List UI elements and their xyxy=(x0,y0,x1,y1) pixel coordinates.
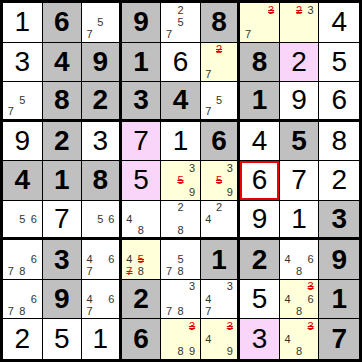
cell-r9c1[interactable]: 2 xyxy=(3,319,43,359)
given-digit: 1 xyxy=(133,48,149,76)
cell-r4c9[interactable]: 8 xyxy=(319,122,359,162)
candidate-6: 6 xyxy=(305,254,317,266)
cell-r8c7[interactable]: 5 xyxy=(240,280,280,320)
candidate-8: 8 xyxy=(135,225,147,237)
cell-r3c6[interactable]: 57 xyxy=(201,82,241,122)
candidate-4: 4 xyxy=(124,254,136,266)
cell-r5c3[interactable]: 8 xyxy=(82,161,122,201)
given-digit: 2 xyxy=(133,285,149,313)
cell-r4c3[interactable]: 3 xyxy=(82,122,122,162)
pencil-marks: 57 xyxy=(5,83,40,118)
candidate-4: 4 xyxy=(282,293,294,305)
cell-r6c4[interactable]: 48 xyxy=(122,201,162,241)
cell-r5c6[interactable]: 359 xyxy=(201,161,241,201)
candidate-7: 7 xyxy=(242,28,254,40)
given-digit: 9 xyxy=(133,8,149,36)
solved-digit: 2 xyxy=(14,325,30,353)
pencil-marks: 678 xyxy=(5,281,40,318)
candidate-8: 8 xyxy=(293,266,305,278)
cell-r4c8[interactable]: 5 xyxy=(280,122,320,162)
pencil-marks: 467 xyxy=(84,281,117,318)
pencil-marks: 468 xyxy=(282,241,317,278)
pencil-marks: 347 xyxy=(203,281,236,318)
cell-r6c5[interactable]: 28 xyxy=(161,201,201,241)
given-digit: 4 xyxy=(54,48,70,76)
solved-digit: 7 xyxy=(133,127,149,155)
cell-r3c2[interactable]: 8 xyxy=(43,82,83,122)
solved-digit: 5 xyxy=(54,325,70,353)
solved-digit: 9 xyxy=(14,127,30,155)
candidate-2: 2 xyxy=(175,4,187,16)
cell-r2c1[interactable]: 3 xyxy=(3,43,43,83)
candidate-4: 4 xyxy=(203,293,214,305)
eliminated-candidate-3: 3 xyxy=(305,320,317,333)
cell-r7c2[interactable]: 3 xyxy=(43,240,83,280)
sudoku-board: 1657925783723434916278255782345719692371… xyxy=(0,0,362,362)
cell-r1c8[interactable]: 23 xyxy=(280,3,320,43)
pencil-marks: 678 xyxy=(5,241,40,278)
candidate-3: 3 xyxy=(305,4,317,16)
cell-r8c1[interactable]: 678 xyxy=(3,280,43,320)
cell-r7c3[interactable]: 467 xyxy=(82,240,122,280)
pencil-marks: 4578 xyxy=(124,241,159,278)
cell-r6c6[interactable]: 24 xyxy=(201,201,241,241)
cell-r1c1[interactable]: 1 xyxy=(3,3,43,43)
given-digit: 4 xyxy=(173,86,189,114)
cell-r1c9[interactable]: 4 xyxy=(319,3,359,43)
solved-digit: 1 xyxy=(173,127,189,155)
pencil-marks: 378 xyxy=(163,281,198,318)
cell-r1c7[interactable]: 37 xyxy=(240,3,280,43)
given-digit: 3 xyxy=(54,246,70,274)
cell-r3c5[interactable]: 4 xyxy=(161,82,201,122)
cell-r3c4[interactable]: 3 xyxy=(122,82,162,122)
pencil-marks: 23 xyxy=(282,4,317,41)
pencil-marks: 257 xyxy=(163,4,198,41)
eliminated-candidate-7: 7 xyxy=(124,266,136,278)
cell-r1c2[interactable]: 6 xyxy=(43,3,83,43)
given-digit: 1 xyxy=(211,246,227,274)
candidate-8: 8 xyxy=(175,345,187,358)
cell-r9c3[interactable]: 1 xyxy=(82,319,122,359)
pencil-marks: 27 xyxy=(203,44,236,81)
pencil-marks: 24 xyxy=(203,202,236,237)
solved-digit: 3 xyxy=(14,48,30,76)
solved-digit: 9 xyxy=(291,86,307,114)
given-digit: 2 xyxy=(54,127,70,155)
cell-r8c3[interactable]: 467 xyxy=(82,280,122,320)
given-digit: 6 xyxy=(211,127,227,155)
solved-digit: 2 xyxy=(291,48,307,76)
pencil-marks: 389 xyxy=(163,320,198,358)
candidate-6: 6 xyxy=(305,293,317,305)
candidate-5: 5 xyxy=(175,254,187,266)
candidate-6: 6 xyxy=(106,213,117,225)
candidate-5: 5 xyxy=(95,16,106,28)
solved-digit: 6 xyxy=(173,48,189,76)
cell-r4c7[interactable]: 4 xyxy=(240,122,280,162)
cell-r4c5[interactable]: 1 xyxy=(161,122,201,162)
given-digit: 1 xyxy=(331,285,347,313)
given-digit: 2 xyxy=(252,246,268,274)
solved-digit: 1 xyxy=(93,325,109,353)
candidate-5: 5 xyxy=(175,16,187,28)
candidate-8: 8 xyxy=(293,345,305,358)
candidate-8: 8 xyxy=(135,266,147,278)
candidate-8: 8 xyxy=(293,305,305,317)
given-digit: 6 xyxy=(133,325,149,353)
pencil-marks: 37 xyxy=(242,4,277,41)
cell-r5c4[interactable]: 5 xyxy=(122,161,162,201)
cell-r9c9[interactable]: 7 xyxy=(319,319,359,359)
cell-r8c9[interactable]: 1 xyxy=(319,280,359,320)
candidate-4: 4 xyxy=(84,254,95,266)
candidate-4: 4 xyxy=(84,293,95,305)
pencil-marks: 57 xyxy=(203,83,236,118)
pencil-marks: 48 xyxy=(124,202,159,237)
cell-r9c5[interactable]: 389 xyxy=(161,319,201,359)
pencil-marks: 349 xyxy=(203,320,236,358)
solved-digit: 4 xyxy=(331,8,347,36)
eliminated-candidate-3: 3 xyxy=(224,320,235,333)
cell-r1c6[interactable]: 8 xyxy=(201,3,241,43)
cell-r5c1[interactable]: 4 xyxy=(3,161,43,201)
candidate-8: 8 xyxy=(17,305,29,317)
cell-r2c8[interactable]: 2 xyxy=(280,43,320,83)
pencil-marks: 56 xyxy=(5,202,40,237)
cell-r2c9[interactable]: 5 xyxy=(319,43,359,83)
cell-r6c8[interactable]: 1 xyxy=(280,201,320,241)
candidate-9: 9 xyxy=(224,187,235,199)
cell-r7c6[interactable]: 1 xyxy=(201,240,241,280)
given-digit: 3 xyxy=(331,205,347,233)
cell-r6c1[interactable]: 56 xyxy=(3,201,43,241)
given-digit: 1 xyxy=(252,86,268,114)
candidate-2: 2 xyxy=(175,202,187,214)
candidate-5: 5 xyxy=(17,95,29,107)
pencil-marks: 359 xyxy=(163,162,198,199)
candidate-3: 3 xyxy=(224,281,235,293)
given-digit: 8 xyxy=(93,166,109,194)
cell-r1c4[interactable]: 9 xyxy=(122,3,162,43)
pencil-marks: 348 xyxy=(282,320,317,358)
eliminated-candidate-5: 5 xyxy=(214,174,225,186)
cell-r6c7[interactable]: 9 xyxy=(240,201,280,241)
cell-r8c6[interactable]: 347 xyxy=(201,280,241,320)
given-digit: 9 xyxy=(93,48,109,76)
cell-r6c3[interactable]: 56 xyxy=(82,201,122,241)
candidate-7: 7 xyxy=(84,28,95,40)
candidate-4: 4 xyxy=(203,333,214,346)
candidate-3: 3 xyxy=(224,162,235,174)
cell-r3c9[interactable]: 6 xyxy=(319,82,359,122)
cell-r3c7[interactable]: 1 xyxy=(240,82,280,122)
cell-r3c3[interactable]: 2 xyxy=(82,82,122,122)
candidate-8: 8 xyxy=(175,266,187,278)
cell-r6c9[interactable]: 3 xyxy=(319,201,359,241)
cell-r4c6[interactable]: 6 xyxy=(201,122,241,162)
cell-r7c5[interactable]: 578 xyxy=(161,240,201,280)
candidate-2: 2 xyxy=(214,202,225,214)
cell-r9c8[interactable]: 348 xyxy=(280,319,320,359)
candidate-8: 8 xyxy=(17,266,29,278)
solved-digit: 1 xyxy=(291,205,307,233)
cell-r7c8[interactable]: 468 xyxy=(280,240,320,280)
candidate-4: 4 xyxy=(282,333,294,346)
cell-r2c3[interactable]: 9 xyxy=(82,43,122,83)
cell-r4c1[interactable]: 9 xyxy=(3,122,43,162)
candidate-6: 6 xyxy=(28,213,40,225)
eliminated-candidate-3: 3 xyxy=(305,281,317,293)
given-digit: 1 xyxy=(54,166,70,194)
candidate-5: 5 xyxy=(17,213,29,225)
candidate-9: 9 xyxy=(224,345,235,358)
given-digit: 8 xyxy=(54,86,70,114)
solved-digit: 5 xyxy=(133,166,149,194)
cell-r7c9[interactable]: 9 xyxy=(319,240,359,280)
cell-r5c2[interactable]: 1 xyxy=(43,161,83,201)
candidate-9: 9 xyxy=(186,187,198,199)
pencil-marks: 578 xyxy=(163,241,198,278)
given-digit: 2 xyxy=(93,86,109,114)
cell-r4c2[interactable]: 2 xyxy=(43,122,83,162)
candidate-7: 7 xyxy=(163,305,175,317)
cell-r3c1[interactable]: 57 xyxy=(3,82,43,122)
cell-r7c1[interactable]: 678 xyxy=(3,240,43,280)
cell-r2c2[interactable]: 4 xyxy=(43,43,83,83)
solved-digit: 3 xyxy=(252,325,268,353)
pencil-marks: 3468 xyxy=(282,281,317,318)
candidate-7: 7 xyxy=(5,106,17,118)
cell-r2c4[interactable]: 1 xyxy=(122,43,162,83)
cell-r1c3[interactable]: 57 xyxy=(82,3,122,43)
cell-r2c7[interactable]: 8 xyxy=(240,43,280,83)
solved-digit: 5 xyxy=(331,48,347,76)
candidate-7: 7 xyxy=(203,68,214,80)
candidate-4: 4 xyxy=(282,254,294,266)
pencil-marks: 28 xyxy=(163,202,198,237)
candidate-4: 4 xyxy=(124,213,136,225)
given-digit: 5 xyxy=(291,127,307,155)
solved-digit: 3 xyxy=(93,127,109,155)
cell-r2c5[interactable]: 6 xyxy=(161,43,201,83)
solved-digit: 5 xyxy=(252,285,268,313)
given-digit: 4 xyxy=(14,166,30,194)
solved-digit: 7 xyxy=(291,166,307,194)
candidate-7: 7 xyxy=(84,266,95,278)
candidate-5: 5 xyxy=(214,95,225,107)
candidate-6: 6 xyxy=(28,293,40,305)
candidate-6: 6 xyxy=(106,293,117,305)
solved-digit: 9 xyxy=(252,205,268,233)
candidate-5: 5 xyxy=(95,213,106,225)
cell-r5c5[interactable]: 359 xyxy=(161,161,201,201)
pencil-marks: 57 xyxy=(84,4,117,41)
eliminated-candidate-2: 2 xyxy=(214,44,225,56)
eliminated-candidate-5: 5 xyxy=(175,174,187,186)
cell-r8c4[interactable]: 2 xyxy=(122,280,162,320)
candidate-4: 4 xyxy=(203,213,214,225)
given-digit: 9 xyxy=(54,285,70,313)
cell-r7c7[interactable]: 2 xyxy=(240,240,280,280)
cell-r6c2[interactable]: 7 xyxy=(43,201,83,241)
cell-r1c5[interactable]: 257 xyxy=(161,3,201,43)
cell-r5c7-selected[interactable]: 6 xyxy=(240,161,280,201)
given-digit: 3 xyxy=(133,86,149,114)
cell-r2c6[interactable]: 27 xyxy=(201,43,241,83)
given-digit: 7 xyxy=(331,325,347,353)
solved-digit: 4 xyxy=(252,127,268,155)
candidate-9: 9 xyxy=(186,345,198,358)
candidate-8: 8 xyxy=(175,225,187,237)
candidate-7: 7 xyxy=(5,305,17,317)
cell-r7c4[interactable]: 4578 xyxy=(122,240,162,280)
cell-r3c8[interactable]: 9 xyxy=(280,82,320,122)
cell-r9c6[interactable]: 349 xyxy=(201,319,241,359)
solved-digit: 6 xyxy=(252,166,268,194)
solved-digit: 2 xyxy=(331,166,347,194)
pencil-marks: 56 xyxy=(84,202,117,237)
given-digit: 8 xyxy=(252,48,268,76)
candidate-6: 6 xyxy=(28,254,40,266)
eliminated-candidate-5: 5 xyxy=(135,254,147,266)
given-digit: 6 xyxy=(54,8,70,36)
cell-r9c7[interactable]: 3 xyxy=(240,319,280,359)
candidate-7: 7 xyxy=(163,266,175,278)
solved-digit: 1 xyxy=(14,8,30,36)
cell-r8c8[interactable]: 3468 xyxy=(280,280,320,320)
cell-r9c2[interactable]: 5 xyxy=(43,319,83,359)
solved-digit: 6 xyxy=(331,86,347,114)
candidate-8: 8 xyxy=(175,305,187,317)
given-digit: 8 xyxy=(211,8,227,36)
solved-digit: 7 xyxy=(54,205,70,233)
candidate-3: 3 xyxy=(186,162,198,174)
candidate-6: 6 xyxy=(106,254,117,266)
cell-r9c4[interactable]: 6 xyxy=(122,319,162,359)
cell-r8c5[interactable]: 378 xyxy=(161,280,201,320)
candidate-7: 7 xyxy=(163,28,175,40)
candidate-7: 7 xyxy=(203,106,214,118)
cell-r4c4[interactable]: 7 xyxy=(122,122,162,162)
eliminated-candidate-3: 3 xyxy=(186,320,198,333)
candidate-7: 7 xyxy=(84,305,95,317)
cell-r5c8[interactable]: 7 xyxy=(280,161,320,201)
candidate-7: 7 xyxy=(5,266,17,278)
cell-r5c9[interactable]: 2 xyxy=(319,161,359,201)
pencil-marks: 359 xyxy=(203,162,236,199)
eliminated-candidate-2: 2 xyxy=(293,4,305,16)
solved-digit: 8 xyxy=(331,127,347,155)
candidate-7: 7 xyxy=(203,305,214,317)
eliminated-candidate-3: 3 xyxy=(265,4,277,16)
pencil-marks: 467 xyxy=(84,241,117,278)
cell-r8c2[interactable]: 9 xyxy=(43,280,83,320)
given-digit: 9 xyxy=(331,246,347,274)
candidate-3: 3 xyxy=(186,281,198,293)
